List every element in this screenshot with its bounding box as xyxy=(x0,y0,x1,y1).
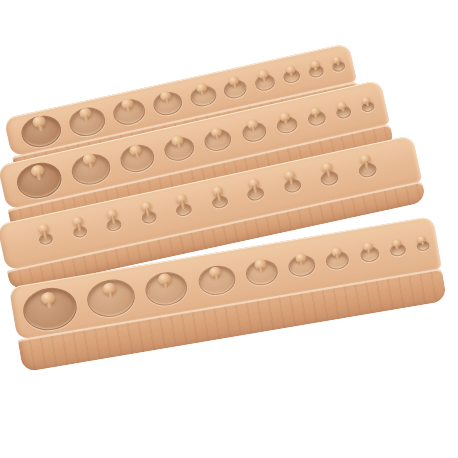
cylinder-knob xyxy=(331,246,343,259)
cylinder-knob xyxy=(294,252,307,266)
knobbed-cylinder xyxy=(331,87,356,134)
knob-stem xyxy=(87,161,93,168)
knobbed-cylinder xyxy=(149,81,186,125)
knob-stem xyxy=(299,260,304,266)
cylinder-knob xyxy=(159,90,172,104)
knobbed-cylinder xyxy=(279,160,306,210)
product-photo-montessori-cylinder-blocks xyxy=(0,0,458,458)
knobbed-cylinder xyxy=(207,176,233,225)
knobbed-cylinder xyxy=(328,45,349,86)
knob-stem xyxy=(200,90,205,96)
cylinder-knob xyxy=(102,281,117,298)
cylinder-knob xyxy=(362,241,374,254)
cylinder-knob xyxy=(285,65,296,77)
knobbed-cylinder xyxy=(116,132,159,183)
knob-stem xyxy=(366,248,371,254)
cylinder-knob xyxy=(228,75,240,89)
knob-stem xyxy=(340,107,345,112)
knob-stem xyxy=(365,101,369,106)
knobbed-cylinder xyxy=(141,258,191,317)
knobbed-cylinder xyxy=(220,66,251,109)
knobbed-cylinder xyxy=(101,199,126,248)
cylinder-knob xyxy=(359,153,372,170)
knob-stem xyxy=(395,244,400,249)
knobbed-cylinder xyxy=(68,206,92,255)
knob-stem xyxy=(83,115,89,121)
knobbed-cylinder xyxy=(12,153,66,207)
knobbed-cylinder xyxy=(353,144,381,194)
knobbed-cylinder xyxy=(237,107,270,156)
cylinder-knob xyxy=(337,100,348,112)
cylinder-knob xyxy=(284,169,297,186)
cylinder-knob xyxy=(40,291,56,309)
cylinder-knob xyxy=(332,55,342,66)
knobbed-cylinder xyxy=(136,191,161,240)
cylinder-knob xyxy=(195,82,208,96)
cylinder-knob xyxy=(78,106,93,121)
knobbed-cylinder xyxy=(65,97,109,143)
knobbed-cylinder xyxy=(303,93,330,141)
knobbed-cylinder xyxy=(34,214,58,263)
knobbed-cylinder xyxy=(241,243,281,301)
cylinder-knob xyxy=(362,96,372,107)
cylinder-knob xyxy=(210,126,223,140)
cylinder-knob xyxy=(248,177,261,194)
cylinder-knob xyxy=(38,223,51,240)
knobbed-cylinder xyxy=(304,49,327,90)
cylinder-knob xyxy=(140,200,153,217)
knobbed-cylinder xyxy=(171,184,197,233)
cylinder-knob xyxy=(322,161,335,178)
cylinder-knob xyxy=(417,235,426,245)
knob-stem xyxy=(134,152,140,158)
knobbed-cylinder xyxy=(251,60,279,102)
knobbed-cylinder xyxy=(109,89,149,134)
knob-stem xyxy=(35,173,41,180)
cylinder-knob xyxy=(129,143,144,158)
knob-stem xyxy=(37,124,43,131)
cylinder-knob xyxy=(106,208,119,225)
knob-stem xyxy=(258,266,264,272)
knob-stem xyxy=(213,274,219,280)
knobbed-cylinder xyxy=(385,221,410,276)
knobbed-cylinder xyxy=(160,123,199,173)
cylinder-knob xyxy=(208,266,222,281)
knobbed-cylinder xyxy=(19,277,81,338)
knob-stem xyxy=(163,281,169,288)
knob-stem xyxy=(313,66,318,71)
cylinder-knob xyxy=(211,185,224,202)
knobbed-cylinder xyxy=(186,73,220,117)
knobbed-cylinder xyxy=(284,237,319,294)
knob-stem xyxy=(421,240,425,244)
cylinder-knob xyxy=(391,238,402,249)
knobbed-cylinder xyxy=(194,250,239,308)
cylinder-knob xyxy=(309,59,320,71)
cylinder-knob xyxy=(176,193,189,210)
knob-stem xyxy=(46,301,53,308)
cylinder-knob xyxy=(310,106,321,118)
knob-stem xyxy=(125,106,131,112)
knob-stem xyxy=(335,254,340,260)
knob-stem xyxy=(232,82,237,88)
knob-stem xyxy=(164,97,169,103)
knob-stem xyxy=(289,71,294,76)
cylinder-knob xyxy=(254,258,268,273)
cylinder-knob xyxy=(120,97,135,112)
cylinder-knob xyxy=(71,215,84,232)
knobbed-cylinder xyxy=(355,226,383,281)
knob-stem xyxy=(215,134,220,140)
cylinder-knob xyxy=(171,134,186,149)
knobbed-cylinder xyxy=(412,217,434,271)
knobbed-cylinder xyxy=(200,114,236,164)
knobbed-cylinder xyxy=(316,152,344,202)
cylinder-knob xyxy=(158,272,173,289)
knob-stem xyxy=(283,118,288,124)
knob-stem xyxy=(314,113,319,118)
knobbed-cylinder xyxy=(67,142,115,194)
cylinder-knob xyxy=(246,118,259,132)
cylinder-knob xyxy=(279,111,291,125)
knob-stem xyxy=(108,291,114,298)
knobbed-cylinder xyxy=(83,267,139,327)
knob-stem xyxy=(176,142,182,148)
knobbed-cylinder xyxy=(322,231,354,287)
knobbed-cylinder xyxy=(242,168,269,218)
knobbed-cylinder xyxy=(357,82,380,129)
knob-stem xyxy=(262,76,267,82)
cylinder-knob xyxy=(258,68,270,82)
knob-stem xyxy=(251,126,256,132)
knobbed-cylinder xyxy=(271,100,301,149)
knobbed-cylinder xyxy=(279,54,304,96)
knob-stem xyxy=(336,61,340,66)
